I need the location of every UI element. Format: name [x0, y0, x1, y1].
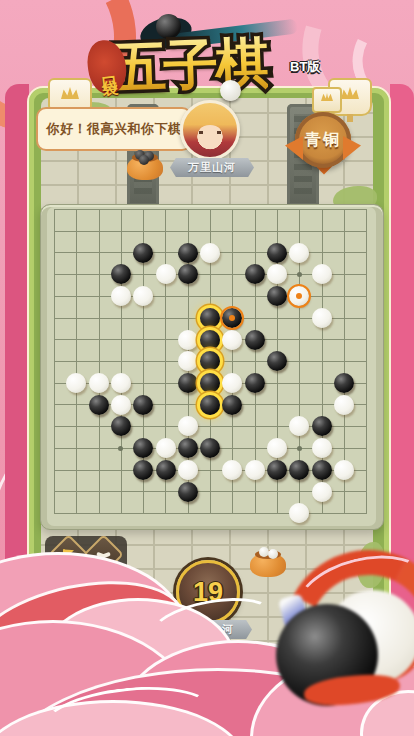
stone-black	[133, 243, 153, 263]
black-stone-bowl	[127, 150, 163, 180]
stone-white	[312, 482, 332, 502]
stone-white	[222, 460, 242, 480]
last-move-marker	[287, 284, 311, 308]
stone-white	[245, 460, 265, 480]
stone-black	[200, 438, 220, 458]
stone-black	[178, 243, 198, 263]
stone-white	[312, 308, 332, 328]
stone-black	[245, 330, 265, 350]
game-screen: 你好！很高兴和你下棋 万里山河 青铜 求和 19 万里山河	[0, 0, 414, 736]
stone-black	[200, 395, 220, 415]
board-surface	[47, 207, 376, 526]
stone-black	[111, 264, 131, 284]
stone-black	[267, 460, 287, 480]
star-point	[297, 272, 302, 277]
stone-white	[89, 373, 109, 393]
opponent-avatar	[180, 100, 240, 160]
stone-white	[156, 438, 176, 458]
stone-black	[200, 373, 220, 393]
stone-black	[222, 395, 242, 415]
stone-white	[200, 243, 220, 263]
stone-black	[334, 373, 354, 393]
stone-white	[289, 503, 309, 523]
stone-white	[289, 243, 309, 263]
stone-white	[222, 373, 242, 393]
stone-black	[245, 264, 265, 284]
opponent-banner-text: 万里山河	[188, 160, 236, 175]
stone-black	[312, 416, 332, 436]
version-label: BT版	[290, 58, 320, 76]
stone-black	[245, 373, 265, 393]
stone-white	[178, 460, 198, 480]
stone-white	[156, 264, 176, 284]
stone-white	[267, 264, 287, 284]
rank-badge: 青铜	[295, 112, 351, 168]
stone-black	[178, 482, 198, 502]
stone-white	[289, 416, 309, 436]
stone-white	[178, 330, 198, 350]
stone-black	[267, 351, 287, 371]
board-grid[interactable]	[54, 209, 367, 514]
star-point	[118, 446, 123, 451]
stone-white	[178, 416, 198, 436]
rank-badge-text: 青铜	[305, 130, 341, 151]
stone-white	[312, 438, 332, 458]
stone-black	[289, 460, 309, 480]
white-stone-bowl	[250, 547, 286, 577]
stone-black	[133, 395, 153, 415]
stone-white	[111, 373, 131, 393]
opponent-banner: 万里山河	[170, 158, 254, 177]
stone-white	[334, 395, 354, 415]
stone-white	[267, 438, 287, 458]
chat-text: 你好！很高兴和你下棋	[47, 120, 182, 138]
stone-black	[178, 264, 198, 284]
game-logo: 五子棋 五子棋 口袋 BT版	[82, 6, 338, 108]
board-panel	[40, 204, 384, 530]
stone-black	[156, 460, 176, 480]
logo-text: 五子棋	[110, 26, 268, 105]
stone-white	[66, 373, 86, 393]
stone-white	[178, 351, 198, 371]
stone-black	[200, 308, 220, 328]
stone-black	[267, 243, 287, 263]
stone-black	[200, 351, 220, 371]
stone-black	[111, 416, 131, 436]
stone-black	[178, 438, 198, 458]
last-move-marker	[220, 306, 244, 330]
stone-black	[200, 330, 220, 350]
stone-white	[334, 460, 354, 480]
stone-white	[312, 264, 332, 284]
stone-white	[111, 286, 131, 306]
stone-white	[222, 330, 242, 350]
star-point	[297, 446, 302, 451]
stone-black	[89, 395, 109, 415]
stone-black	[133, 438, 153, 458]
pocket-seal-text: 口袋	[96, 64, 117, 71]
stone-black	[267, 286, 287, 306]
logo-white-stone-icon	[220, 80, 241, 101]
stone-black	[312, 460, 332, 480]
stone-white	[111, 395, 131, 415]
stone-black	[178, 373, 198, 393]
stone-white	[133, 286, 153, 306]
opponent-chat-bubble: 你好！很高兴和你下棋	[36, 107, 192, 151]
stone-black	[133, 460, 153, 480]
